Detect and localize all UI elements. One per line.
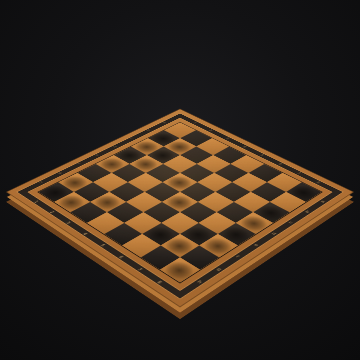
- scene-background: ♚♛♜♜♞♞♝♟♟♟♟♟♚♛♜♜♝♞♞♟♟♟ 1a1a2b2b3c3c4d4d5…: [0, 0, 360, 360]
- board-frame: ♚♛♜♜♞♞♝♟♟♟♟♟♚♛♜♜♝♞♞♟♟♟ 1a1a2b2b3c3c4d4d5…: [6, 109, 354, 308]
- white-pawn-icon: ♟: [55, 166, 89, 204]
- board-grid: ♚♛♜♜♞♞♝♟♟♟♟♟♚♛♜♜♝♞♞♟♟♟: [39, 123, 322, 283]
- chess-scene: ♚♛♜♜♞♞♝♟♟♟♟♟♚♛♜♜♝♞♞♟♟♟ 1a1a2b2b3c3c4d4d5…: [0, 0, 360, 360]
- white-pawn-icon: ♟: [131, 130, 163, 166]
- white-pawn-icon: ♟: [91, 166, 125, 204]
- black-bishop-icon: ♝: [152, 210, 208, 273]
- chessboard: ♚♛♜♜♞♞♝♟♟♟♟♟♚♛♜♜♝♞♞♟♟♟ 1a1a2b2b3c3c4d4d5…: [6, 109, 354, 308]
